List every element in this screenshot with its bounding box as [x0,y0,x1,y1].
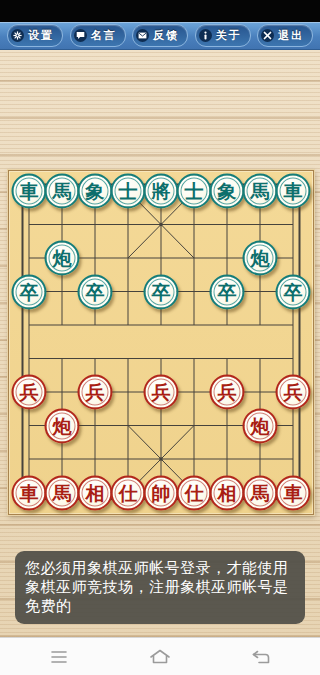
home-icon[interactable] [147,646,173,668]
pieces-layer: 車馬象士將士象馬車炮炮卒卒卒卒卒兵兵兵兵兵炮炮車馬相仕帥仕相馬車 [9,171,313,514]
piece-red[interactable]: 炮 [243,408,278,443]
piece-red[interactable]: 兵 [144,375,179,410]
menu-icon[interactable] [46,646,72,668]
piece-black[interactable]: 卒 [78,274,113,309]
piece-black[interactable]: 將 [144,174,179,209]
android-nav-bar [0,637,320,675]
piece-black[interactable]: 象 [78,174,113,209]
piece-red[interactable]: 兵 [276,375,311,410]
feedback-button[interactable]: 反馈 [132,24,188,47]
speech-bubble-icon [74,29,87,42]
piece-black[interactable]: 炮 [45,241,80,276]
piece-red[interactable]: 兵 [210,375,245,410]
piece-red[interactable]: 仕 [177,475,212,510]
xiangqi-board[interactable]: 車馬象士將士象馬車炮炮卒卒卒卒卒兵兵兵兵兵炮炮車馬相仕帥仕相馬車 [8,170,314,515]
settings-button[interactable]: 设置 [7,24,63,47]
piece-black[interactable]: 卒 [276,274,311,309]
piece-red[interactable]: 馬 [45,475,80,510]
exit-button[interactable]: 退出 [257,24,313,47]
piece-black[interactable]: 車 [276,174,311,209]
about-button[interactable]: 关于 [195,24,251,47]
piece-black[interactable]: 馬 [45,174,80,209]
piece-black[interactable]: 卒 [144,274,179,309]
app-screen: 设置 名言 反馈 [0,0,320,675]
quotes-label: 名言 [91,28,117,43]
piece-red[interactable]: 炮 [45,408,80,443]
toolbar: 设置 名言 反馈 [0,22,320,50]
exit-label: 退出 [278,28,304,43]
settings-label: 设置 [28,28,54,43]
piece-red[interactable]: 車 [12,475,47,510]
piece-black[interactable]: 象 [210,174,245,209]
info-icon [199,29,212,42]
back-icon[interactable] [248,646,274,668]
envelope-icon [136,29,149,42]
piece-red[interactable]: 兵 [12,375,47,410]
piece-red[interactable]: 仕 [111,475,146,510]
piece-black[interactable]: 車 [12,174,47,209]
status-bar [0,0,320,22]
piece-black[interactable]: 士 [111,174,146,209]
gear-icon [11,29,24,42]
quotes-button[interactable]: 名言 [70,24,126,47]
login-message: 您必须用象棋巫师帐号登录，才能使用象棋巫师竞技场，注册象棋巫师帐号是免费的 [15,551,305,624]
piece-black[interactable]: 卒 [210,274,245,309]
piece-black[interactable]: 馬 [243,174,278,209]
piece-black[interactable]: 卒 [12,274,47,309]
about-label: 关于 [216,28,242,43]
feedback-label: 反馈 [153,28,179,43]
piece-black[interactable]: 士 [177,174,212,209]
piece-red[interactable]: 車 [276,475,311,510]
piece-red[interactable]: 兵 [78,375,113,410]
piece-black[interactable]: 炮 [243,241,278,276]
exit-icon [261,29,274,42]
piece-red[interactable]: 相 [78,475,113,510]
piece-red[interactable]: 馬 [243,475,278,510]
piece-red[interactable]: 相 [210,475,245,510]
piece-red[interactable]: 帥 [144,475,179,510]
